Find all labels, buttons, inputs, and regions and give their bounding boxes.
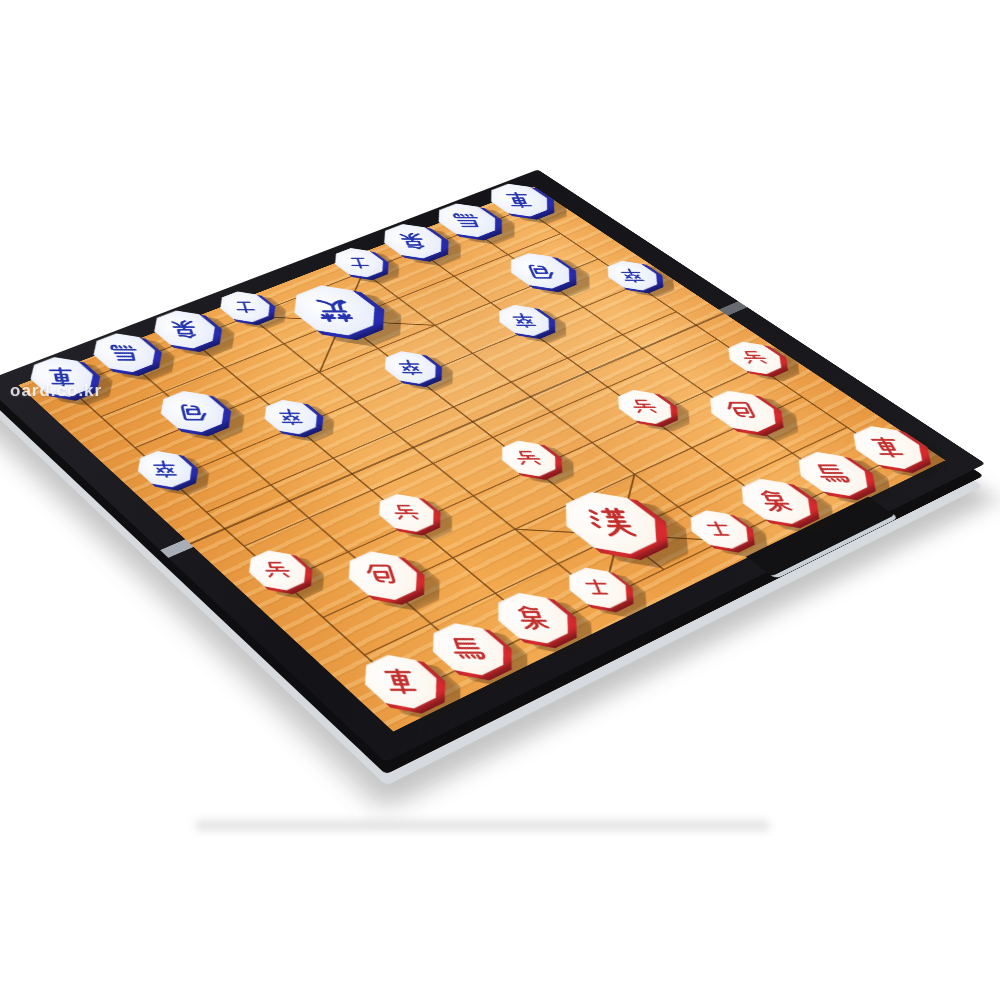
- piece-glyph-兵: [258, 559, 298, 582]
- piece-glyph-馬: [442, 634, 495, 664]
- photo-scene: [0, 0, 1000, 1000]
- piece-glyph-士: [697, 518, 741, 540]
- janggi-board: [0, 169, 986, 761]
- piece-glyph-馬: [806, 461, 859, 487]
- piece-glyph-兵: [509, 448, 549, 469]
- piece-glyph-卒: [272, 407, 309, 427]
- product-photo-stage: oard.co.kr: [0, 0, 1000, 1000]
- piece-glyph-車: [861, 435, 914, 460]
- piece-glyph-兵: [386, 502, 426, 524]
- watermark: oard.co.kr: [10, 381, 102, 401]
- piece-glyph-士: [575, 576, 619, 600]
- piece-glyph-象: [749, 488, 802, 514]
- piece-glyph-包: [358, 562, 408, 590]
- piece-glyph-象: [507, 603, 560, 632]
- piece-glyph-漢: [576, 505, 645, 541]
- background-shadow-smudge: [195, 820, 770, 831]
- piece-glyph-卒: [147, 459, 184, 480]
- piece-glyph-車: [375, 666, 427, 697]
- fold-seam-notch-left: [160, 539, 193, 558]
